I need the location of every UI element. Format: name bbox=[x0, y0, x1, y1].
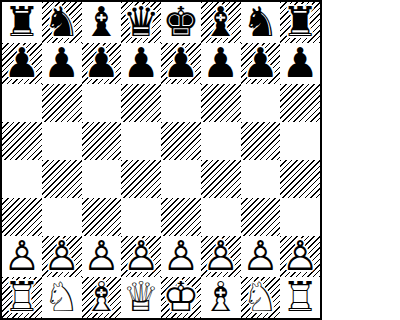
piece-white-pawn[interactable]: ♟♙ bbox=[3, 236, 40, 277]
black-pawn-icon: ♟ bbox=[242, 39, 279, 87]
white-knight-icon: ♘ bbox=[43, 273, 80, 320]
square-h6[interactable] bbox=[280, 84, 320, 122]
piece-white-rook[interactable]: ♜♖ bbox=[3, 277, 40, 318]
black-pawn-icon: ♟ bbox=[123, 39, 160, 87]
piece-white-pawn[interactable]: ♟♙ bbox=[242, 236, 279, 277]
square-g6[interactable] bbox=[241, 84, 281, 122]
piece-black-rook[interactable]: ♜♜ bbox=[3, 2, 40, 43]
square-f5[interactable] bbox=[201, 122, 241, 160]
square-a7[interactable]: ♟♟ bbox=[2, 43, 42, 84]
square-e8[interactable]: ♚♚ bbox=[161, 2, 201, 43]
square-e6[interactable] bbox=[161, 84, 201, 122]
square-b5[interactable] bbox=[42, 122, 82, 160]
piece-white-pawn[interactable]: ♟♙ bbox=[123, 236, 160, 277]
piece-white-pawn[interactable]: ♟♙ bbox=[282, 236, 319, 277]
square-d4[interactable] bbox=[121, 160, 161, 198]
square-g5[interactable] bbox=[241, 122, 281, 160]
square-g2[interactable]: ♟♙ bbox=[241, 236, 281, 277]
white-queen-icon: ♕ bbox=[123, 273, 160, 320]
square-e5[interactable] bbox=[161, 122, 201, 160]
square-g3[interactable] bbox=[241, 198, 281, 236]
square-a5[interactable] bbox=[2, 122, 42, 160]
square-e4[interactable] bbox=[161, 160, 201, 198]
window-background bbox=[322, 0, 400, 320]
square-c7[interactable]: ♟♟ bbox=[82, 43, 122, 84]
square-d3[interactable] bbox=[121, 198, 161, 236]
xboard-window: ♜♜♞♞♝♝♛♛♚♚♝♝♞♞♜♜♟♟♟♟♟♟♟♟♟♟♟♟♟♟♟♟♟♙♟♙♟♙♟♙… bbox=[0, 0, 400, 320]
piece-black-pawn[interactable]: ♟♟ bbox=[282, 43, 319, 84]
square-h8[interactable]: ♜♜ bbox=[280, 2, 320, 43]
white-bishop-icon: ♗ bbox=[83, 273, 120, 320]
square-c5[interactable] bbox=[82, 122, 122, 160]
piece-black-bishop[interactable]: ♝♝ bbox=[83, 2, 120, 43]
white-king-icon: ♔ bbox=[162, 273, 199, 320]
piece-black-pawn[interactable]: ♟♟ bbox=[242, 43, 279, 84]
piece-black-knight[interactable]: ♞♞ bbox=[242, 2, 279, 43]
white-bishop-icon: ♗ bbox=[202, 273, 239, 320]
square-b3[interactable] bbox=[42, 198, 82, 236]
piece-white-rook[interactable]: ♜♖ bbox=[282, 277, 319, 318]
black-pawn-icon: ♟ bbox=[43, 39, 80, 87]
square-f4[interactable] bbox=[201, 160, 241, 198]
piece-white-pawn[interactable]: ♟♙ bbox=[202, 236, 239, 277]
piece-white-bishop[interactable]: ♝♗ bbox=[202, 277, 239, 318]
square-g7[interactable]: ♟♟ bbox=[241, 43, 281, 84]
square-h7[interactable]: ♟♟ bbox=[280, 43, 320, 84]
piece-white-queen[interactable]: ♛♕ bbox=[123, 277, 160, 318]
piece-white-knight[interactable]: ♞♘ bbox=[242, 277, 279, 318]
square-f2[interactable]: ♟♙ bbox=[201, 236, 241, 277]
square-h2[interactable]: ♟♙ bbox=[280, 236, 320, 277]
square-e3[interactable] bbox=[161, 198, 201, 236]
piece-black-queen[interactable]: ♛♛ bbox=[123, 2, 160, 43]
square-h3[interactable] bbox=[280, 198, 320, 236]
white-rook-icon: ♖ bbox=[282, 273, 319, 320]
square-c2[interactable]: ♟♙ bbox=[82, 236, 122, 277]
piece-black-pawn[interactable]: ♟♟ bbox=[3, 43, 40, 84]
piece-black-pawn[interactable]: ♟♟ bbox=[43, 43, 80, 84]
square-f7[interactable]: ♟♟ bbox=[201, 43, 241, 84]
square-e7[interactable]: ♟♟ bbox=[161, 43, 201, 84]
white-knight-icon: ♘ bbox=[242, 273, 279, 320]
square-c8[interactable]: ♝♝ bbox=[82, 2, 122, 43]
piece-white-pawn[interactable]: ♟♙ bbox=[83, 236, 120, 277]
piece-black-bishop[interactable]: ♝♝ bbox=[202, 2, 239, 43]
square-h1[interactable]: ♜♖ bbox=[280, 277, 320, 318]
piece-black-pawn[interactable]: ♟♟ bbox=[83, 43, 120, 84]
piece-white-bishop[interactable]: ♝♗ bbox=[83, 277, 120, 318]
black-pawn-icon: ♟ bbox=[162, 39, 199, 87]
black-pawn-icon: ♟ bbox=[83, 39, 120, 87]
square-f8[interactable]: ♝♝ bbox=[201, 2, 241, 43]
piece-white-king[interactable]: ♚♔ bbox=[162, 277, 199, 318]
chess-board: ♜♜♞♞♝♝♛♛♚♚♝♝♞♞♜♜♟♟♟♟♟♟♟♟♟♟♟♟♟♟♟♟♟♙♟♙♟♙♟♙… bbox=[0, 0, 322, 320]
square-d5[interactable] bbox=[121, 122, 161, 160]
square-d6[interactable] bbox=[121, 84, 161, 122]
square-d8[interactable]: ♛♛ bbox=[121, 2, 161, 43]
piece-black-pawn[interactable]: ♟♟ bbox=[162, 43, 199, 84]
square-b6[interactable] bbox=[42, 84, 82, 122]
square-c1[interactable]: ♝♗ bbox=[82, 277, 122, 318]
piece-black-knight[interactable]: ♞♞ bbox=[43, 2, 80, 43]
square-e1[interactable]: ♚♔ bbox=[161, 277, 201, 318]
square-h5[interactable] bbox=[280, 122, 320, 160]
black-pawn-icon: ♟ bbox=[202, 39, 239, 87]
piece-white-knight[interactable]: ♞♘ bbox=[43, 277, 80, 318]
square-g4[interactable] bbox=[241, 160, 281, 198]
square-c4[interactable] bbox=[82, 160, 122, 198]
square-a8[interactable]: ♜♜ bbox=[2, 2, 42, 43]
square-g1[interactable]: ♞♘ bbox=[241, 277, 281, 318]
square-a1[interactable]: ♜♖ bbox=[2, 277, 42, 318]
square-b7[interactable]: ♟♟ bbox=[42, 43, 82, 84]
square-c3[interactable] bbox=[82, 198, 122, 236]
black-pawn-icon: ♟ bbox=[3, 39, 40, 87]
square-a6[interactable] bbox=[2, 84, 42, 122]
square-b1[interactable]: ♞♘ bbox=[42, 277, 82, 318]
square-a3[interactable] bbox=[2, 198, 42, 236]
piece-white-pawn[interactable]: ♟♙ bbox=[162, 236, 199, 277]
piece-white-pawn[interactable]: ♟♙ bbox=[43, 236, 80, 277]
piece-black-pawn[interactable]: ♟♟ bbox=[123, 43, 160, 84]
square-f6[interactable] bbox=[201, 84, 241, 122]
square-d2[interactable]: ♟♙ bbox=[121, 236, 161, 277]
square-b2[interactable]: ♟♙ bbox=[42, 236, 82, 277]
square-f1[interactable]: ♝♗ bbox=[201, 277, 241, 318]
piece-black-king[interactable]: ♚♚ bbox=[162, 2, 199, 43]
square-d7[interactable]: ♟♟ bbox=[121, 43, 161, 84]
square-c6[interactable] bbox=[82, 84, 122, 122]
square-g8[interactable]: ♞♞ bbox=[241, 2, 281, 43]
square-e2[interactable]: ♟♙ bbox=[161, 236, 201, 277]
square-d1[interactable]: ♛♕ bbox=[121, 277, 161, 318]
square-f3[interactable] bbox=[201, 198, 241, 236]
piece-black-pawn[interactable]: ♟♟ bbox=[202, 43, 239, 84]
square-h4[interactable] bbox=[280, 160, 320, 198]
white-rook-icon: ♖ bbox=[3, 273, 40, 320]
square-a4[interactable] bbox=[2, 160, 42, 198]
square-b4[interactable] bbox=[42, 160, 82, 198]
square-a2[interactable]: ♟♙ bbox=[2, 236, 42, 277]
black-pawn-icon: ♟ bbox=[282, 39, 319, 87]
square-b8[interactable]: ♞♞ bbox=[42, 2, 82, 43]
piece-black-rook[interactable]: ♜♜ bbox=[282, 2, 319, 43]
